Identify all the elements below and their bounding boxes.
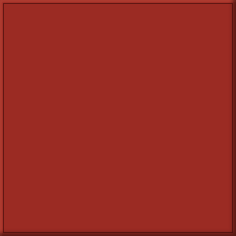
chess-board bbox=[4, 4, 232, 232]
board-frame bbox=[0, 0, 236, 236]
